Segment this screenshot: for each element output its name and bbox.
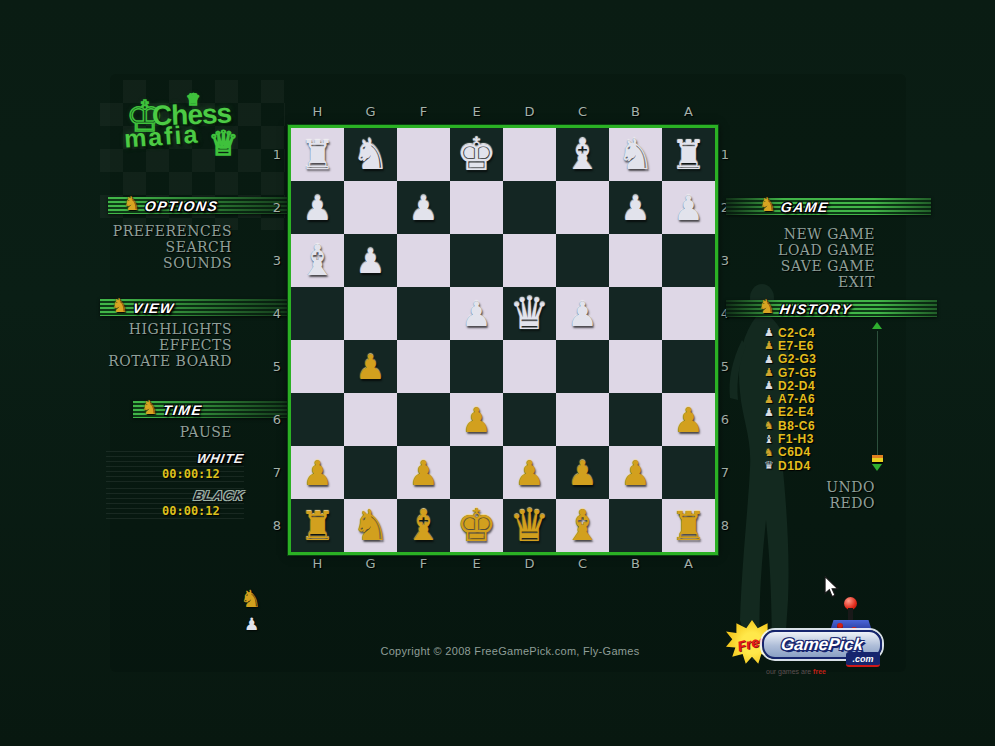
file-label-f: F — [397, 556, 450, 571]
square-e2[interactable] — [450, 181, 503, 234]
file-label-b: B — [609, 104, 662, 119]
rank-label-7: 7 — [270, 446, 284, 499]
history-move-text: B8-C6 — [778, 419, 815, 433]
black-knight-icon: ♞ — [764, 447, 778, 458]
chess-mafia-app: ♔ ♛ Chess mafia ♕ ♞ OPTIONS PREFERENCESS… — [0, 0, 995, 746]
black-clock-label: BLACK — [192, 488, 245, 503]
menu-item-highlights[interactable]: HIGHLIGHTS — [92, 321, 232, 337]
piece-white-rook-a1[interactable]: ♜ — [662, 128, 715, 181]
history-move-8: ♞B8-C6 — [764, 419, 817, 432]
menu-item-search[interactable]: SEARCH — [92, 239, 232, 255]
file-label-a: A — [662, 104, 715, 119]
file-label-d: D — [503, 556, 556, 571]
white-pawn-icon: ♟ — [764, 407, 778, 418]
history-move-text: G7-G5 — [778, 366, 817, 380]
square-h4[interactable] — [291, 287, 344, 340]
rank-label-5: 5 — [270, 340, 284, 393]
rank-labels-right: 12345678 — [718, 128, 732, 552]
rank-label-1: 1 — [270, 128, 284, 181]
menu-item-sounds[interactable]: SOUNDS — [92, 255, 232, 271]
square-d5[interactable] — [503, 340, 556, 393]
black-pawn-icon: ♟ — [764, 367, 778, 378]
file-label-e: E — [450, 104, 503, 119]
view-menu: HIGHLIGHTSEFFECTSROTATE BOARD — [92, 321, 232, 369]
square-d1[interactable] — [503, 128, 556, 181]
file-label-a: A — [662, 556, 715, 571]
history-move-text: D2-D4 — [778, 379, 815, 393]
piece-black-bishop-f8[interactable]: ♝ — [397, 499, 450, 552]
square-a4[interactable] — [662, 287, 715, 340]
history-move-text: C6D4 — [778, 445, 811, 459]
history-move-5: ♟D2-D4 — [764, 379, 817, 392]
history-knight-icon: ♞ — [758, 297, 775, 316]
square-c5[interactable] — [556, 340, 609, 393]
square-f4[interactable] — [397, 287, 450, 340]
piece-black-pawn-d7[interactable]: ♟ — [503, 446, 556, 499]
rank-label-7: 7 — [718, 446, 732, 499]
rank-label-3: 3 — [270, 234, 284, 287]
history-move-text: C2-C4 — [778, 326, 815, 340]
history-move-1: ♟C2-C4 — [764, 326, 817, 339]
history-move-4: ♟G7-G5 — [764, 366, 817, 379]
square-c3[interactable] — [556, 234, 609, 287]
square-b3[interactable] — [609, 234, 662, 287]
options-knight-icon: ♞ — [123, 194, 140, 213]
joystick-button-icon — [837, 623, 843, 629]
history-move-6: ♟A7-A6 — [764, 392, 817, 405]
file-labels-top: HGFEDCBA — [291, 104, 715, 119]
square-c2[interactable] — [556, 181, 609, 234]
piece-white-pawn-f2[interactable]: ♟ — [397, 181, 450, 234]
history-move-text: A7-A6 — [778, 392, 815, 406]
logo-word-mafia: mafia — [123, 119, 200, 153]
white-clock: WHITE 00:00:12 — [106, 451, 244, 483]
piece-black-pawn-f7[interactable]: ♟ — [397, 446, 450, 499]
history-move-text: F1-H3 — [778, 432, 814, 446]
piece-black-king-e8[interactable]: ♚ — [450, 499, 503, 552]
black-pawn-icon: ♟ — [764, 394, 778, 405]
piece-black-queen-d8[interactable]: ♛ — [503, 499, 556, 552]
piece-black-pawn-h7[interactable]: ♟ — [291, 446, 344, 499]
rank-labels-left: 12345678 — [270, 128, 284, 552]
gamepick-com-tab: .com — [846, 652, 880, 667]
file-label-g: G — [344, 556, 397, 571]
piece-black-bishop-c8[interactable]: ♝ — [556, 499, 609, 552]
square-f6[interactable] — [397, 393, 450, 446]
game-banner: ♞ GAME — [726, 198, 931, 215]
piece-black-pawn-g5[interactable]: ♟ — [344, 340, 397, 393]
file-label-b: B — [609, 556, 662, 571]
piece-white-pawn-h2[interactable]: ♟ — [291, 181, 344, 234]
menu-item-new-game[interactable]: NEW GAME — [735, 226, 875, 242]
history-title: HISTORY — [779, 301, 853, 317]
square-g2[interactable] — [344, 181, 397, 234]
captured-white-pawn: ♟ — [244, 616, 259, 633]
history-banner: ♞ HISTORY — [726, 300, 937, 317]
piece-black-rook-a8[interactable]: ♜ — [662, 499, 715, 552]
square-f1[interactable] — [397, 128, 450, 181]
piece-white-knight-b1[interactable]: ♞ — [609, 128, 662, 181]
time-menu: PAUSE — [92, 424, 232, 440]
square-a7[interactable] — [662, 446, 715, 499]
piece-black-knight-g8[interactable]: ♞ — [344, 499, 397, 552]
square-h6[interactable] — [291, 393, 344, 446]
menu-item-rotate-board[interactable]: ROTATE BOARD — [92, 353, 232, 369]
options-menu: PREFERENCESSEARCHSOUNDS — [92, 223, 232, 271]
square-f5[interactable] — [397, 340, 450, 393]
menu-item-save-game[interactable]: SAVE GAME — [735, 258, 875, 274]
options-title: OPTIONS — [144, 198, 220, 214]
joystick-stick-icon — [848, 608, 853, 622]
file-label-h: H — [291, 104, 344, 119]
piece-black-rook-h8[interactable]: ♜ — [291, 499, 344, 552]
square-f3[interactable] — [397, 234, 450, 287]
piece-black-pawn-a6[interactable]: ♟ — [662, 393, 715, 446]
square-b5[interactable] — [609, 340, 662, 393]
view-knight-icon: ♞ — [111, 296, 128, 315]
white-clock-label: WHITE — [196, 451, 246, 466]
piece-black-pawn-c7[interactable]: ♟ — [556, 446, 609, 499]
menu-item-effects[interactable]: EFFECTS — [92, 337, 232, 353]
menu-item-exit[interactable]: EXIT — [735, 274, 875, 290]
menu-item-redo[interactable]: REDO — [735, 495, 875, 511]
rank-label-6: 6 — [270, 393, 284, 446]
rank-label-4: 4 — [270, 287, 284, 340]
history-move-text: G2-G3 — [778, 352, 817, 366]
square-g6[interactable] — [344, 393, 397, 446]
square-b6[interactable] — [609, 393, 662, 446]
rank-label-6: 6 — [718, 393, 732, 446]
square-e3[interactable] — [450, 234, 503, 287]
square-b8[interactable] — [609, 499, 662, 552]
board-frame: ♜♞♚♝♞♜♟♟♟♟♝♟♟♛♟♟♟♟♟♟♟♟♟♜♞♝♚♛♝♜ — [288, 125, 718, 555]
file-label-h: H — [291, 556, 344, 571]
history-move-7: ♟E2-E4 — [764, 406, 817, 419]
piece-white-king-e1[interactable]: ♚ — [450, 128, 503, 181]
rank-label-8: 8 — [270, 499, 284, 552]
history-move-text: D1D4 — [778, 459, 811, 473]
history-move-9: ♝F1-H3 — [764, 432, 817, 445]
file-label-g: G — [344, 104, 397, 119]
history-scroll-up-icon[interactable] — [872, 322, 882, 329]
file-label-d: D — [503, 104, 556, 119]
piece-white-knight-g1[interactable]: ♞ — [344, 128, 397, 181]
game-knight-icon: ♞ — [759, 195, 776, 214]
square-e5[interactable] — [450, 340, 503, 393]
square-g4[interactable] — [344, 287, 397, 340]
history-move-11: ♛D1D4 — [764, 459, 817, 472]
square-b4[interactable] — [609, 287, 662, 340]
rank-label-1: 1 — [718, 128, 732, 181]
time-knight-icon: ♞ — [141, 398, 158, 417]
rank-label-2: 2 — [270, 181, 284, 234]
game-menu: NEW GAMELOAD GAMESAVE GAMEEXIT — [735, 226, 875, 290]
white-clock-time: 00:00:12 — [162, 467, 220, 481]
piece-white-bishop-c1[interactable]: ♝ — [556, 128, 609, 181]
black-clock: BLACK 00:00:12 — [106, 488, 244, 520]
square-h5[interactable] — [291, 340, 344, 393]
square-c6[interactable] — [556, 393, 609, 446]
history-move-3: ♟G2-G3 — [764, 353, 817, 366]
history-move-list: ♟C2-C4♟E7-E6♟G2-G3♟G7-G5♟D2-D4♟A7-A6♟E2-… — [764, 326, 817, 472]
history-scroll-thumb[interactable] — [872, 455, 883, 462]
game-title: GAME — [780, 199, 830, 215]
history-move-text: E7-E6 — [778, 339, 814, 353]
mouse-cursor — [822, 576, 842, 598]
undo-redo-menu: UNDO REDO — [735, 479, 875, 511]
file-label-c: C — [556, 556, 609, 571]
square-d3[interactable] — [503, 234, 556, 287]
time-title: TIME — [162, 402, 204, 418]
piece-white-pawn-a2[interactable]: ♟ — [662, 181, 715, 234]
piece-black-pawn-b7[interactable]: ♟ — [609, 446, 662, 499]
white-queen-icon: ♛ — [764, 460, 778, 471]
copyright-text: Copyright © 2008 FreeGamePick.com, Fly-G… — [300, 645, 720, 657]
square-d6[interactable] — [503, 393, 556, 446]
square-d2[interactable] — [503, 181, 556, 234]
square-e7[interactable] — [450, 446, 503, 499]
history-move-10: ♞C6D4 — [764, 446, 817, 459]
file-labels-bottom: HGFEDCBA — [291, 556, 715, 571]
piece-white-pawn-b2[interactable]: ♟ — [609, 181, 662, 234]
file-label-c: C — [556, 104, 609, 119]
history-scroll-track[interactable] — [877, 331, 878, 463]
rank-label-3: 3 — [718, 234, 732, 287]
history-move-text: E2-E4 — [778, 405, 814, 419]
rank-label-8: 8 — [718, 499, 732, 552]
square-g7[interactable] — [344, 446, 397, 499]
history-move-2: ♟E7-E6 — [764, 339, 817, 352]
black-pawn-icon: ♟ — [764, 340, 778, 351]
square-a5[interactable] — [662, 340, 715, 393]
piece-white-bishop-h3[interactable]: ♝ — [291, 234, 344, 287]
square-a3[interactable] — [662, 234, 715, 287]
piece-white-pawn-c4[interactable]: ♟ — [556, 287, 609, 340]
piece-white-pawn-g3[interactable]: ♟ — [344, 234, 397, 287]
menu-item-undo[interactable]: UNDO — [735, 479, 875, 495]
menu-item-preferences[interactable]: PREFERENCES — [92, 223, 232, 239]
black-knight-icon: ♞ — [764, 420, 778, 431]
piece-white-rook-h1[interactable]: ♜ — [291, 128, 344, 181]
captured-black-knight: ♞ — [240, 587, 262, 611]
white-pawn-icon: ♟ — [764, 354, 778, 365]
rank-label-5: 5 — [718, 340, 732, 393]
view-title: VIEW — [132, 300, 176, 316]
piece-black-pawn-e6[interactable]: ♟ — [450, 393, 503, 446]
gamepick-logo: Free GamePick .com our games are free — [726, 594, 894, 678]
white-bishop-icon: ♝ — [764, 434, 778, 445]
white-pawn-icon: ♟ — [764, 380, 778, 391]
piece-white-pawn-e4[interactable]: ♟ — [450, 287, 503, 340]
file-label-e: E — [450, 556, 503, 571]
black-clock-time: 00:00:12 — [162, 504, 220, 518]
logo-rook-icon: ♕ — [208, 126, 238, 160]
gamepick-tagline: our games are free — [766, 668, 826, 675]
piece-white-queen-d4[interactable]: ♛ — [503, 287, 556, 340]
history-scroll-down-icon[interactable] — [872, 464, 882, 471]
menu-item-pause[interactable]: PAUSE — [92, 424, 232, 440]
white-pawn-icon: ♟ — [764, 327, 778, 338]
file-label-f: F — [397, 104, 450, 119]
chess-board: ♜♞♚♝♞♜♟♟♟♟♝♟♟♛♟♟♟♟♟♟♟♟♟♜♞♝♚♛♝♜ — [291, 128, 715, 552]
menu-item-load-game[interactable]: LOAD GAME — [735, 242, 875, 258]
